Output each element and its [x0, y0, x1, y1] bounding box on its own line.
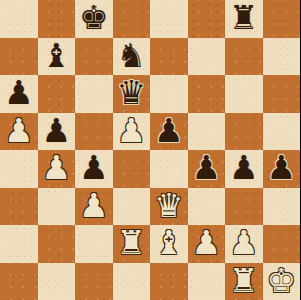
- square-c3[interactable]: ♟: [75, 188, 113, 226]
- square-g4[interactable]: ♟: [225, 150, 263, 188]
- square-e7[interactable]: [150, 38, 188, 76]
- square-a1[interactable]: [0, 263, 38, 300]
- square-h2[interactable]: [263, 225, 301, 263]
- square-d4[interactable]: [113, 150, 151, 188]
- square-f7[interactable]: [188, 38, 226, 76]
- white-pawn: ♟: [229, 226, 259, 259]
- square-d5[interactable]: ♟: [113, 113, 151, 151]
- square-a7[interactable]: [0, 38, 38, 76]
- square-h5[interactable]: [263, 113, 301, 151]
- black-pawn: ♟: [191, 151, 221, 184]
- square-c7[interactable]: [75, 38, 113, 76]
- black-pawn: ♟: [154, 114, 184, 147]
- white-pawn: ♟: [4, 114, 34, 147]
- square-c8[interactable]: ♚: [75, 0, 113, 38]
- square-f3[interactable]: [188, 188, 226, 226]
- white-rook: ♜: [229, 264, 259, 297]
- square-d3[interactable]: [113, 188, 151, 226]
- square-a3[interactable]: [0, 188, 38, 226]
- square-a2[interactable]: [0, 225, 38, 263]
- square-e8[interactable]: [150, 0, 188, 38]
- square-a4[interactable]: [0, 150, 38, 188]
- square-d6[interactable]: ♛: [113, 75, 151, 113]
- square-b4[interactable]: ♟: [38, 150, 76, 188]
- chess-board: ♚♜♝♞♟♛♟♟♟♟♟♟♟♟♟♟♛♜♝♟♟♜♚: [0, 0, 300, 300]
- black-pawn: ♟: [266, 151, 296, 184]
- square-a8[interactable]: [0, 0, 38, 38]
- black-knight: ♞: [116, 39, 146, 72]
- white-rook: ♜: [116, 226, 146, 259]
- black-pawn: ♟: [79, 151, 109, 184]
- square-h3[interactable]: [263, 188, 301, 226]
- square-h1[interactable]: ♚: [263, 263, 301, 300]
- square-g6[interactable]: [225, 75, 263, 113]
- square-b3[interactable]: [38, 188, 76, 226]
- square-c6[interactable]: [75, 75, 113, 113]
- square-d8[interactable]: [113, 0, 151, 38]
- square-b7[interactable]: ♝: [38, 38, 76, 76]
- square-d2[interactable]: ♜: [113, 225, 151, 263]
- white-bishop: ♝: [154, 226, 184, 259]
- square-f8[interactable]: [188, 0, 226, 38]
- square-h7[interactable]: [263, 38, 301, 76]
- square-f1[interactable]: [188, 263, 226, 300]
- square-b6[interactable]: [38, 75, 76, 113]
- black-pawn: ♟: [229, 151, 259, 184]
- square-g7[interactable]: [225, 38, 263, 76]
- square-h8[interactable]: [263, 0, 301, 38]
- black-pawn: ♟: [4, 76, 34, 109]
- square-e4[interactable]: [150, 150, 188, 188]
- square-f2[interactable]: ♟: [188, 225, 226, 263]
- square-f6[interactable]: [188, 75, 226, 113]
- square-e2[interactable]: ♝: [150, 225, 188, 263]
- square-c2[interactable]: [75, 225, 113, 263]
- square-c5[interactable]: [75, 113, 113, 151]
- black-queen: ♛: [116, 76, 146, 109]
- square-f5[interactable]: [188, 113, 226, 151]
- square-a6[interactable]: ♟: [0, 75, 38, 113]
- white-pawn: ♟: [79, 189, 109, 222]
- square-e6[interactable]: [150, 75, 188, 113]
- square-b5[interactable]: ♟: [38, 113, 76, 151]
- square-h4[interactable]: ♟: [263, 150, 301, 188]
- white-queen: ♛: [154, 189, 184, 222]
- square-h6[interactable]: [263, 75, 301, 113]
- black-king: ♚: [79, 1, 109, 34]
- white-pawn: ♟: [41, 151, 71, 184]
- black-rook: ♜: [229, 1, 259, 34]
- square-a5[interactable]: ♟: [0, 113, 38, 151]
- black-bishop: ♝: [41, 39, 71, 72]
- square-b8[interactable]: [38, 0, 76, 38]
- square-f4[interactable]: ♟: [188, 150, 226, 188]
- square-d1[interactable]: [113, 263, 151, 300]
- square-g2[interactable]: ♟: [225, 225, 263, 263]
- square-g8[interactable]: ♜: [225, 0, 263, 38]
- square-c1[interactable]: [75, 263, 113, 300]
- square-g3[interactable]: [225, 188, 263, 226]
- square-e3[interactable]: ♛: [150, 188, 188, 226]
- white-king: ♚: [266, 264, 296, 297]
- square-e1[interactable]: [150, 263, 188, 300]
- white-pawn: ♟: [191, 226, 221, 259]
- square-e5[interactable]: ♟: [150, 113, 188, 151]
- square-g5[interactable]: [225, 113, 263, 151]
- square-b2[interactable]: [38, 225, 76, 263]
- square-c4[interactable]: ♟: [75, 150, 113, 188]
- square-b1[interactable]: [38, 263, 76, 300]
- chess-board-wrapper: ♚♜♝♞♟♛♟♟♟♟♟♟♟♟♟♟♛♜♝♟♟♜♚: [0, 0, 300, 300]
- square-d7[interactable]: ♞: [113, 38, 151, 76]
- white-pawn: ♟: [116, 114, 146, 147]
- black-pawn: ♟: [41, 114, 71, 147]
- square-g1[interactable]: ♜: [225, 263, 263, 300]
